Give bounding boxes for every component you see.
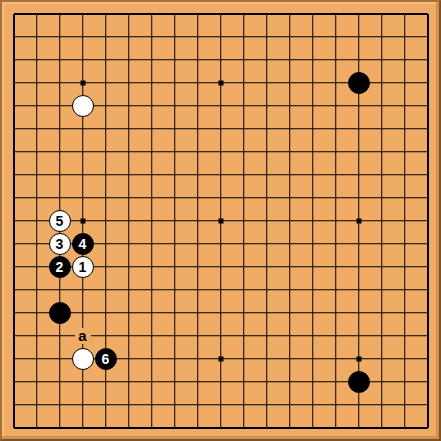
intersection-Q17[interactable] [347,48,370,71]
intersection-F8[interactable] [117,255,140,278]
intersection-K14[interactable] [209,117,232,140]
intersection-J9[interactable] [186,232,209,255]
intersection-M18[interactable] [255,25,278,48]
intersection-S15[interactable] [393,94,416,117]
intersection-D17[interactable] [71,48,94,71]
intersection-O17[interactable] [301,48,324,71]
intersection-S3[interactable] [393,370,416,393]
intersection-S10[interactable] [393,209,416,232]
intersection-F14[interactable] [117,117,140,140]
intersection-G17[interactable] [140,48,163,71]
intersection-L18[interactable] [232,25,255,48]
intersection-M1[interactable] [255,416,278,439]
intersection-D19[interactable] [71,2,94,25]
intersection-G13[interactable] [140,140,163,163]
intersection-A17[interactable] [2,48,25,71]
intersection-L6[interactable] [232,301,255,324]
intersection-E11[interactable] [94,186,117,209]
intersection-M6[interactable] [255,301,278,324]
intersection-P13[interactable] [324,140,347,163]
intersection-B9[interactable] [25,232,48,255]
intersection-J16[interactable] [186,71,209,94]
intersection-C12[interactable] [48,163,71,186]
intersection-D14[interactable] [71,117,94,140]
intersection-T17[interactable] [416,48,439,71]
intersection-B13[interactable] [25,140,48,163]
intersection-F1[interactable] [117,416,140,439]
intersection-C5[interactable] [48,324,71,347]
intersection-A3[interactable] [2,370,25,393]
intersection-F6[interactable] [117,301,140,324]
intersection-Q11[interactable] [347,186,370,209]
intersection-O6[interactable] [301,301,324,324]
intersection-L8[interactable] [232,255,255,278]
intersection-E5[interactable] [94,324,117,347]
intersection-T1[interactable] [416,416,439,439]
intersection-J17[interactable] [186,48,209,71]
intersection-M19[interactable] [255,2,278,25]
intersection-N4[interactable] [278,347,301,370]
intersection-K13[interactable] [209,140,232,163]
intersection-Q18[interactable] [347,25,370,48]
intersection-C6[interactable] [48,301,71,324]
intersection-H17[interactable] [163,48,186,71]
intersection-P10[interactable] [324,209,347,232]
intersection-C9[interactable]: 3 [48,232,71,255]
intersection-J7[interactable] [186,278,209,301]
intersection-K17[interactable] [209,48,232,71]
intersection-A4[interactable] [2,347,25,370]
intersection-G11[interactable] [140,186,163,209]
intersection-D4[interactable] [71,347,94,370]
intersection-F18[interactable] [117,25,140,48]
intersection-R9[interactable] [370,232,393,255]
intersection-G6[interactable] [140,301,163,324]
intersection-G2[interactable] [140,393,163,416]
intersection-G5[interactable] [140,324,163,347]
intersection-L12[interactable] [232,163,255,186]
intersection-K12[interactable] [209,163,232,186]
intersection-S16[interactable] [393,71,416,94]
intersection-O7[interactable] [301,278,324,301]
intersection-E1[interactable] [94,416,117,439]
intersection-P9[interactable] [324,232,347,255]
intersection-S11[interactable] [393,186,416,209]
intersection-R14[interactable] [370,117,393,140]
intersection-K10[interactable] [209,209,232,232]
intersection-A18[interactable] [2,25,25,48]
intersection-B7[interactable] [25,278,48,301]
intersection-H5[interactable] [163,324,186,347]
intersection-P5[interactable] [324,324,347,347]
intersection-N5[interactable] [278,324,301,347]
intersection-E15[interactable] [94,94,117,117]
intersection-A14[interactable] [2,117,25,140]
intersection-B19[interactable] [25,2,48,25]
intersection-N19[interactable] [278,2,301,25]
intersection-A1[interactable] [2,416,25,439]
intersection-C8[interactable]: 2 [48,255,71,278]
intersection-A5[interactable] [2,324,25,347]
intersection-O9[interactable] [301,232,324,255]
intersection-C10[interactable]: 5 [48,209,71,232]
intersection-C7[interactable] [48,278,71,301]
intersection-B14[interactable] [25,117,48,140]
intersection-O4[interactable] [301,347,324,370]
intersection-J18[interactable] [186,25,209,48]
black-stone[interactable] [49,302,71,324]
intersection-G19[interactable] [140,2,163,25]
intersection-S2[interactable] [393,393,416,416]
intersection-J4[interactable] [186,347,209,370]
intersection-K9[interactable] [209,232,232,255]
intersection-N3[interactable] [278,370,301,393]
intersection-B15[interactable] [25,94,48,117]
intersection-M16[interactable] [255,71,278,94]
intersection-D2[interactable] [71,393,94,416]
point-label-a[interactable]: a [75,328,91,344]
intersection-N8[interactable] [278,255,301,278]
intersection-H11[interactable] [163,186,186,209]
black-stone-move-2[interactable]: 2 [49,256,71,278]
intersection-E16[interactable] [94,71,117,94]
intersection-C1[interactable] [48,416,71,439]
intersection-N10[interactable] [278,209,301,232]
intersection-C14[interactable] [48,117,71,140]
intersection-S7[interactable] [393,278,416,301]
intersection-B8[interactable] [25,255,48,278]
intersection-L13[interactable] [232,140,255,163]
intersection-P6[interactable] [324,301,347,324]
intersection-R12[interactable] [370,163,393,186]
intersection-H14[interactable] [163,117,186,140]
intersection-G3[interactable] [140,370,163,393]
intersection-K4[interactable] [209,347,232,370]
intersection-O3[interactable] [301,370,324,393]
intersection-R18[interactable] [370,25,393,48]
intersection-J2[interactable] [186,393,209,416]
intersection-K16[interactable] [209,71,232,94]
intersection-G9[interactable] [140,232,163,255]
intersection-E17[interactable] [94,48,117,71]
intersection-E18[interactable] [94,25,117,48]
intersection-H13[interactable] [163,140,186,163]
intersection-G15[interactable] [140,94,163,117]
intersection-K11[interactable] [209,186,232,209]
intersection-T5[interactable] [416,324,439,347]
intersection-J10[interactable] [186,209,209,232]
intersection-F13[interactable] [117,140,140,163]
intersection-E3[interactable] [94,370,117,393]
intersection-C15[interactable] [48,94,71,117]
intersection-D7[interactable] [71,278,94,301]
intersection-P11[interactable] [324,186,347,209]
intersection-D18[interactable] [71,25,94,48]
intersection-G14[interactable] [140,117,163,140]
intersection-K19[interactable] [209,2,232,25]
intersection-Q2[interactable] [347,393,370,416]
intersection-R10[interactable] [370,209,393,232]
intersection-L19[interactable] [232,2,255,25]
intersection-A15[interactable] [2,94,25,117]
intersection-O16[interactable] [301,71,324,94]
intersection-K6[interactable] [209,301,232,324]
intersection-A10[interactable] [2,209,25,232]
intersection-F11[interactable] [117,186,140,209]
intersection-L11[interactable] [232,186,255,209]
intersection-H8[interactable] [163,255,186,278]
intersection-C3[interactable] [48,370,71,393]
intersection-O1[interactable] [301,416,324,439]
intersection-G16[interactable] [140,71,163,94]
intersection-C19[interactable] [48,2,71,25]
intersection-R5[interactable] [370,324,393,347]
intersection-T19[interactable] [416,2,439,25]
intersection-C4[interactable] [48,347,71,370]
intersection-J3[interactable] [186,370,209,393]
intersection-E7[interactable] [94,278,117,301]
intersection-N2[interactable] [278,393,301,416]
intersection-C16[interactable] [48,71,71,94]
intersection-L14[interactable] [232,117,255,140]
intersection-F9[interactable] [117,232,140,255]
intersection-N6[interactable] [278,301,301,324]
intersection-B5[interactable] [25,324,48,347]
white-stone[interactable] [72,95,94,117]
black-stone[interactable] [348,72,370,94]
intersection-R4[interactable] [370,347,393,370]
intersection-F4[interactable] [117,347,140,370]
intersection-M12[interactable] [255,163,278,186]
intersection-T13[interactable] [416,140,439,163]
intersection-J12[interactable] [186,163,209,186]
intersection-A9[interactable] [2,232,25,255]
intersection-M13[interactable] [255,140,278,163]
intersection-Q16[interactable] [347,71,370,94]
intersection-F3[interactable] [117,370,140,393]
intersection-J15[interactable] [186,94,209,117]
intersection-C13[interactable] [48,140,71,163]
intersection-D1[interactable] [71,416,94,439]
intersection-H9[interactable] [163,232,186,255]
intersection-N11[interactable] [278,186,301,209]
intersection-H10[interactable] [163,209,186,232]
intersection-P16[interactable] [324,71,347,94]
intersection-J19[interactable] [186,2,209,25]
intersection-M9[interactable] [255,232,278,255]
intersection-E14[interactable] [94,117,117,140]
intersection-R17[interactable] [370,48,393,71]
intersection-J1[interactable] [186,416,209,439]
intersection-P1[interactable] [324,416,347,439]
intersection-O19[interactable] [301,2,324,25]
intersection-F7[interactable] [117,278,140,301]
intersection-S8[interactable] [393,255,416,278]
intersection-Q13[interactable] [347,140,370,163]
intersection-S13[interactable] [393,140,416,163]
intersection-N16[interactable] [278,71,301,94]
intersection-L7[interactable] [232,278,255,301]
intersection-L4[interactable] [232,347,255,370]
intersection-T6[interactable] [416,301,439,324]
intersection-K5[interactable] [209,324,232,347]
intersection-L2[interactable] [232,393,255,416]
intersection-O14[interactable] [301,117,324,140]
intersection-H4[interactable] [163,347,186,370]
intersection-O8[interactable] [301,255,324,278]
intersection-T9[interactable] [416,232,439,255]
intersection-E6[interactable] [94,301,117,324]
intersection-E8[interactable] [94,255,117,278]
intersection-B2[interactable] [25,393,48,416]
intersection-E13[interactable] [94,140,117,163]
intersection-S6[interactable] [393,301,416,324]
intersection-J6[interactable] [186,301,209,324]
intersection-J8[interactable] [186,255,209,278]
intersection-T16[interactable] [416,71,439,94]
intersection-P15[interactable] [324,94,347,117]
intersection-L16[interactable] [232,71,255,94]
intersection-P8[interactable] [324,255,347,278]
white-stone[interactable] [72,348,94,370]
intersection-M17[interactable] [255,48,278,71]
intersection-S19[interactable] [393,2,416,25]
intersection-A2[interactable] [2,393,25,416]
white-stone-move-3[interactable]: 3 [49,233,71,255]
intersection-K3[interactable] [209,370,232,393]
intersection-P14[interactable] [324,117,347,140]
intersection-F12[interactable] [117,163,140,186]
intersection-H19[interactable] [163,2,186,25]
intersection-T12[interactable] [416,163,439,186]
intersection-F17[interactable] [117,48,140,71]
intersection-T4[interactable] [416,347,439,370]
intersection-K2[interactable] [209,393,232,416]
white-stone-move-5[interactable]: 5 [49,210,71,232]
intersection-N12[interactable] [278,163,301,186]
intersection-R7[interactable] [370,278,393,301]
intersection-A16[interactable] [2,71,25,94]
intersection-F16[interactable] [117,71,140,94]
intersection-E4[interactable]: 6 [94,347,117,370]
black-stone-move-4[interactable]: 4 [72,233,94,255]
intersection-H7[interactable] [163,278,186,301]
intersection-D10[interactable] [71,209,94,232]
intersection-T8[interactable] [416,255,439,278]
intersection-F19[interactable] [117,2,140,25]
intersection-Q4[interactable] [347,347,370,370]
intersection-T14[interactable] [416,117,439,140]
intersection-H12[interactable] [163,163,186,186]
intersection-R6[interactable] [370,301,393,324]
intersection-D13[interactable] [71,140,94,163]
intersection-B3[interactable] [25,370,48,393]
black-stone[interactable] [348,371,370,393]
intersection-M5[interactable] [255,324,278,347]
intersection-T10[interactable] [416,209,439,232]
intersection-J5[interactable] [186,324,209,347]
intersection-E10[interactable] [94,209,117,232]
intersection-G7[interactable] [140,278,163,301]
intersection-B10[interactable] [25,209,48,232]
intersection-S14[interactable] [393,117,416,140]
intersection-P19[interactable] [324,2,347,25]
intersection-A13[interactable] [2,140,25,163]
intersection-B18[interactable] [25,25,48,48]
intersection-P18[interactable] [324,25,347,48]
intersection-R13[interactable] [370,140,393,163]
intersection-A7[interactable] [2,278,25,301]
intersection-H15[interactable] [163,94,186,117]
intersection-M2[interactable] [255,393,278,416]
intersection-G10[interactable] [140,209,163,232]
intersection-A12[interactable] [2,163,25,186]
intersection-T7[interactable] [416,278,439,301]
intersection-N7[interactable] [278,278,301,301]
intersection-E9[interactable] [94,232,117,255]
intersection-R1[interactable] [370,416,393,439]
intersection-B4[interactable] [25,347,48,370]
intersection-O5[interactable] [301,324,324,347]
intersection-L1[interactable] [232,416,255,439]
intersection-L17[interactable] [232,48,255,71]
intersection-M11[interactable] [255,186,278,209]
intersection-B12[interactable] [25,163,48,186]
intersection-S18[interactable] [393,25,416,48]
intersection-N1[interactable] [278,416,301,439]
intersection-C11[interactable] [48,186,71,209]
intersection-P3[interactable] [324,370,347,393]
intersection-O2[interactable] [301,393,324,416]
intersection-H16[interactable] [163,71,186,94]
intersection-Q5[interactable] [347,324,370,347]
intersection-S1[interactable] [393,416,416,439]
intersection-K18[interactable] [209,25,232,48]
intersection-R16[interactable] [370,71,393,94]
intersection-F5[interactable] [117,324,140,347]
intersection-R2[interactable] [370,393,393,416]
intersection-P7[interactable] [324,278,347,301]
intersection-L15[interactable] [232,94,255,117]
intersection-M3[interactable] [255,370,278,393]
intersection-C2[interactable] [48,393,71,416]
intersection-K15[interactable] [209,94,232,117]
intersection-M15[interactable] [255,94,278,117]
intersection-A6[interactable] [2,301,25,324]
intersection-H3[interactable] [163,370,186,393]
intersection-M4[interactable] [255,347,278,370]
intersection-P2[interactable] [324,393,347,416]
intersection-G18[interactable] [140,25,163,48]
white-stone-move-1[interactable]: 1 [72,256,94,278]
intersection-O15[interactable] [301,94,324,117]
intersection-O18[interactable] [301,25,324,48]
intersection-K7[interactable] [209,278,232,301]
intersection-N9[interactable] [278,232,301,255]
intersection-R8[interactable] [370,255,393,278]
intersection-K1[interactable] [209,416,232,439]
intersection-E12[interactable] [94,163,117,186]
intersection-A8[interactable] [2,255,25,278]
intersection-Q7[interactable] [347,278,370,301]
intersection-T2[interactable] [416,393,439,416]
intersection-D9[interactable]: 4 [71,232,94,255]
intersection-C18[interactable] [48,25,71,48]
intersection-L9[interactable] [232,232,255,255]
intersection-P4[interactable] [324,347,347,370]
intersection-M8[interactable] [255,255,278,278]
intersection-S9[interactable] [393,232,416,255]
